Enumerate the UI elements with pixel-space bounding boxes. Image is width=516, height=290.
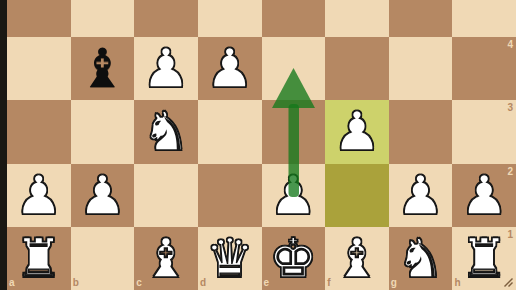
square-e3[interactable] (262, 100, 326, 164)
square-c5[interactable] (134, 0, 198, 37)
square-g2[interactable]: ♟ (389, 164, 453, 227)
white-pawn-a2[interactable]: ♟ (7, 164, 71, 227)
square-e5[interactable] (262, 0, 326, 37)
square-h5[interactable] (452, 0, 516, 37)
square-e4[interactable] (262, 37, 326, 100)
rank-label-3: 3 (507, 102, 513, 113)
rank-label-4: 4 (507, 39, 513, 50)
square-g4[interactable] (389, 37, 453, 100)
square-g5[interactable] (389, 0, 453, 37)
square-a3[interactable] (7, 100, 71, 164)
chess-board[interactable]: ♝♟♟4♞♟3♟♟♟♟2♟a♜bc♝d♛e♚f♝g♞h1♜ (7, 0, 516, 290)
square-h3[interactable]: 3 (452, 100, 516, 164)
square-d1[interactable]: d♛ (198, 227, 262, 290)
white-bishop-c1[interactable]: ♝ (134, 227, 198, 290)
white-pawn-g2[interactable]: ♟ (389, 164, 453, 227)
white-pawn-d4[interactable]: ♟ (198, 37, 262, 100)
chess-app-stage: ♝♟♟4♞♟3♟♟♟♟2♟a♜bc♝d♛e♚f♝g♞h1♜ (0, 0, 516, 290)
square-a5[interactable] (7, 0, 71, 37)
square-d3[interactable] (198, 100, 262, 164)
white-knight-c3[interactable]: ♞ (134, 100, 198, 164)
white-knight-g1[interactable]: ♞ (389, 227, 453, 290)
square-b5[interactable] (71, 0, 135, 37)
square-f4[interactable] (325, 37, 389, 100)
square-a1[interactable]: a♜ (7, 227, 71, 290)
square-b4[interactable]: ♝ (71, 37, 135, 100)
file-label-b: b (73, 277, 79, 288)
square-d2[interactable] (198, 164, 262, 227)
square-e2[interactable]: ♟ (262, 164, 326, 227)
white-bishop-f1[interactable]: ♝ (325, 227, 389, 290)
square-f2[interactable] (325, 164, 389, 227)
white-queen-d1[interactable]: ♛ (198, 227, 262, 290)
white-rook-a1[interactable]: ♜ (7, 227, 71, 290)
black-bishop-b4[interactable]: ♝ (71, 37, 135, 100)
left-edge-background (0, 0, 7, 290)
square-b2[interactable]: ♟ (71, 164, 135, 227)
white-pawn-h2[interactable]: ♟ (452, 164, 516, 227)
square-g3[interactable] (389, 100, 453, 164)
white-king-e1[interactable]: ♚ (262, 227, 326, 290)
square-d4[interactable]: ♟ (198, 37, 262, 100)
square-b3[interactable] (71, 100, 135, 164)
square-a4[interactable] (7, 37, 71, 100)
square-f5[interactable] (325, 0, 389, 37)
white-pawn-b2[interactable]: ♟ (71, 164, 135, 227)
board-resize-handle[interactable] (503, 277, 514, 288)
white-pawn-f3[interactable]: ♟ (325, 100, 389, 164)
square-c4[interactable]: ♟ (134, 37, 198, 100)
square-b1[interactable]: b (71, 227, 135, 290)
square-c3[interactable]: ♞ (134, 100, 198, 164)
square-c2[interactable] (134, 164, 198, 227)
square-h2[interactable]: 2♟ (452, 164, 516, 227)
square-c1[interactable]: c♝ (134, 227, 198, 290)
square-h4[interactable]: 4 (452, 37, 516, 100)
white-pawn-c4[interactable]: ♟ (134, 37, 198, 100)
square-f3[interactable]: ♟ (325, 100, 389, 164)
white-pawn-e2[interactable]: ♟ (262, 164, 326, 227)
square-e1[interactable]: e♚ (262, 227, 326, 290)
square-g1[interactable]: g♞ (389, 227, 453, 290)
square-f1[interactable]: f♝ (325, 227, 389, 290)
square-d5[interactable] (198, 0, 262, 37)
square-a2[interactable]: ♟ (7, 164, 71, 227)
